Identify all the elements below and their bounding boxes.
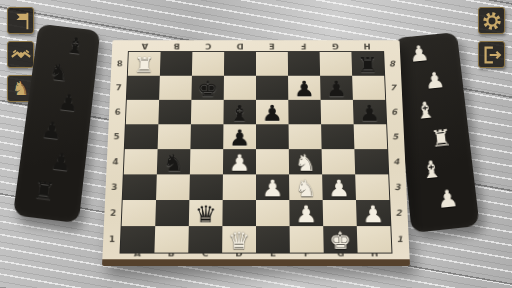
- piece-bQ-c2[interactable]: ♛: [189, 203, 223, 227]
- piece-wP-d4[interactable]: ♟: [223, 152, 256, 175]
- coord-label: 7: [110, 76, 128, 100]
- captured-bB: ♝: [63, 31, 86, 61]
- coord-label: 4: [106, 149, 125, 174]
- square-e2[interactable]: [256, 200, 290, 226]
- square-f1[interactable]: [290, 226, 324, 252]
- captured-bP: ♟: [56, 87, 80, 118]
- square-c8[interactable]: [192, 52, 224, 76]
- square-c3[interactable]: [189, 174, 223, 200]
- coord-label: E: [256, 40, 288, 52]
- square-d3[interactable]: [223, 174, 256, 200]
- square-b8[interactable]: [160, 52, 193, 76]
- exit-icon: [481, 44, 503, 66]
- file-labels-top: ABCDEFGH: [129, 40, 383, 52]
- captured-wP: ♟: [435, 182, 459, 215]
- piece-bP-e6[interactable]: ♟: [256, 102, 289, 125]
- square-b3[interactable]: [156, 174, 190, 200]
- coord-label: D: [224, 40, 256, 52]
- square-b2[interactable]: [155, 200, 189, 226]
- coord-label: 5: [386, 124, 404, 149]
- piece-bK-c7[interactable]: ♚: [191, 78, 224, 100]
- piece-bB-d6[interactable]: ♝: [223, 102, 256, 125]
- captured-bN: ♞: [47, 57, 71, 88]
- square-f8[interactable]: [288, 52, 320, 76]
- square-h7[interactable]: [352, 76, 385, 100]
- resign-flag-button[interactable]: [7, 7, 34, 34]
- piece-bR-h8[interactable]: ♜: [351, 55, 384, 77]
- square-h3[interactable]: [355, 174, 389, 200]
- coord-label: 1: [390, 226, 409, 252]
- coord-label: B: [161, 40, 193, 52]
- square-a7[interactable]: [127, 76, 160, 100]
- settings-button[interactable]: [478, 7, 505, 34]
- piece-wP-h2[interactable]: ♟: [356, 203, 390, 227]
- captured-bP: ♟: [39, 114, 63, 146]
- square-g6[interactable]: [321, 100, 354, 124]
- square-e1[interactable]: [256, 226, 290, 252]
- square-e4[interactable]: [256, 149, 289, 174]
- square-f6[interactable]: [288, 100, 321, 124]
- square-b7[interactable]: [159, 76, 192, 100]
- square-h6[interactable]: ♟: [353, 100, 386, 124]
- knight-icon: ♞: [12, 79, 29, 98]
- square-a6[interactable]: [126, 100, 159, 124]
- gear-icon: [481, 10, 503, 32]
- square-a2[interactable]: [122, 200, 156, 226]
- captured-wP: ♟: [423, 65, 446, 95]
- square-b6[interactable]: [158, 100, 191, 124]
- piece-wK-g1[interactable]: ♚: [323, 229, 357, 254]
- coord-label: 3: [105, 174, 124, 200]
- handshake-icon: [10, 44, 32, 66]
- captured-bP: ♟: [49, 145, 73, 178]
- captured-wP: ♟: [408, 39, 431, 69]
- piece-bP-f7[interactable]: ♟: [288, 78, 321, 100]
- coord-label: 8: [383, 52, 401, 76]
- piece-wR-a8[interactable]: ♜: [128, 55, 161, 77]
- square-h1[interactable]: [357, 226, 392, 252]
- coord-label: 6: [109, 100, 127, 124]
- board-wrap: ABCDEFGH ABCDEFGH 87654321 87654321 ♜♜♚♟…: [102, 14, 410, 266]
- square-a8[interactable]: ♜: [128, 52, 161, 76]
- square-d7[interactable]: [224, 76, 256, 100]
- piece-wP-g3[interactable]: ♟: [322, 177, 356, 201]
- coord-label: 1: [103, 226, 122, 252]
- square-h8[interactable]: ♜: [351, 52, 384, 76]
- square-e3[interactable]: ♟: [256, 174, 289, 200]
- board-grid: ♜♜♚♟♟♝♟♟♟♞♟♞♟♞♟♛♟♟♛♚: [121, 52, 392, 253]
- square-h2[interactable]: ♟: [356, 200, 390, 226]
- square-g1[interactable]: ♚: [323, 226, 357, 252]
- square-d5[interactable]: ♟: [223, 124, 256, 149]
- piece-bP-g7[interactable]: ♟: [320, 78, 353, 100]
- square-f2[interactable]: ♟: [289, 200, 323, 226]
- coord-label: H: [351, 40, 383, 52]
- square-d2[interactable]: [222, 200, 256, 226]
- square-d4[interactable]: ♟: [223, 149, 256, 174]
- chess-board: ABCDEFGH ABCDEFGH 87654321 87654321 ♜♜♚♟…: [102, 40, 410, 266]
- square-h5[interactable]: [354, 124, 388, 149]
- square-d8[interactable]: [224, 52, 256, 76]
- square-c1[interactable]: [188, 226, 222, 252]
- coord-label: A: [129, 40, 161, 52]
- coord-label: G: [319, 40, 351, 52]
- square-g4[interactable]: [322, 149, 356, 174]
- piece-wN-f3[interactable]: ♞: [289, 177, 323, 201]
- coord-label: 8: [111, 52, 129, 76]
- square-e6[interactable]: ♟: [256, 100, 289, 124]
- piece-wQ-d1[interactable]: ♛: [222, 229, 256, 254]
- square-b5[interactable]: [158, 124, 191, 149]
- square-b4[interactable]: ♞: [157, 149, 191, 174]
- piece-wN-f4[interactable]: ♞: [289, 152, 322, 175]
- square-a3[interactable]: [123, 174, 157, 200]
- piece-bN-b4[interactable]: ♞: [157, 152, 191, 175]
- coord-label: 2: [389, 200, 408, 226]
- captured-bR: ♜: [32, 174, 57, 207]
- coord-label: 7: [384, 76, 402, 100]
- square-c7[interactable]: ♚: [191, 76, 224, 100]
- square-d6[interactable]: ♝: [223, 100, 256, 124]
- draw-handshake-button[interactable]: [7, 41, 34, 68]
- square-b1[interactable]: [154, 226, 188, 252]
- coord-label: 4: [387, 149, 406, 174]
- square-c5[interactable]: [190, 124, 223, 149]
- square-g5[interactable]: [321, 124, 354, 149]
- square-e5[interactable]: [256, 124, 289, 149]
- flag-icon: [10, 10, 32, 32]
- square-g8[interactable]: [320, 52, 353, 76]
- square-g7[interactable]: ♟: [320, 76, 353, 100]
- coord-label: 5: [107, 124, 125, 149]
- square-a1[interactable]: [121, 226, 156, 252]
- piece-bP-d5[interactable]: ♟: [223, 127, 256, 150]
- exit-button[interactable]: [478, 41, 505, 68]
- piece-wP-e3[interactable]: ♟: [256, 177, 289, 201]
- captured-wR: ♜: [429, 123, 453, 155]
- square-c6[interactable]: [191, 100, 224, 124]
- square-f5[interactable]: [289, 124, 322, 149]
- coord-label: 3: [388, 174, 407, 200]
- square-c4[interactable]: [190, 149, 223, 174]
- captured-wB: ♝: [413, 95, 436, 126]
- square-d1[interactable]: ♛: [222, 226, 256, 252]
- square-e8[interactable]: [256, 52, 288, 76]
- square-a5[interactable]: [125, 124, 159, 149]
- square-h4[interactable]: [354, 149, 388, 174]
- piece-bP-h6[interactable]: ♟: [353, 102, 386, 125]
- square-f7[interactable]: ♟: [288, 76, 321, 100]
- captured-wB: ♝: [419, 153, 443, 185]
- square-c2[interactable]: ♛: [189, 200, 223, 226]
- coord-label: C: [192, 40, 224, 52]
- square-g3[interactable]: ♟: [322, 174, 356, 200]
- square-a4[interactable]: [124, 149, 158, 174]
- square-f4[interactable]: ♞: [289, 149, 322, 174]
- square-f3[interactable]: ♞: [289, 174, 323, 200]
- coord-label: F: [288, 40, 320, 52]
- coord-label: 2: [104, 200, 123, 226]
- square-g2[interactable]: [323, 200, 357, 226]
- square-e7[interactable]: [256, 76, 288, 100]
- coord-label: 6: [385, 100, 403, 124]
- piece-wP-f2[interactable]: ♟: [289, 203, 323, 227]
